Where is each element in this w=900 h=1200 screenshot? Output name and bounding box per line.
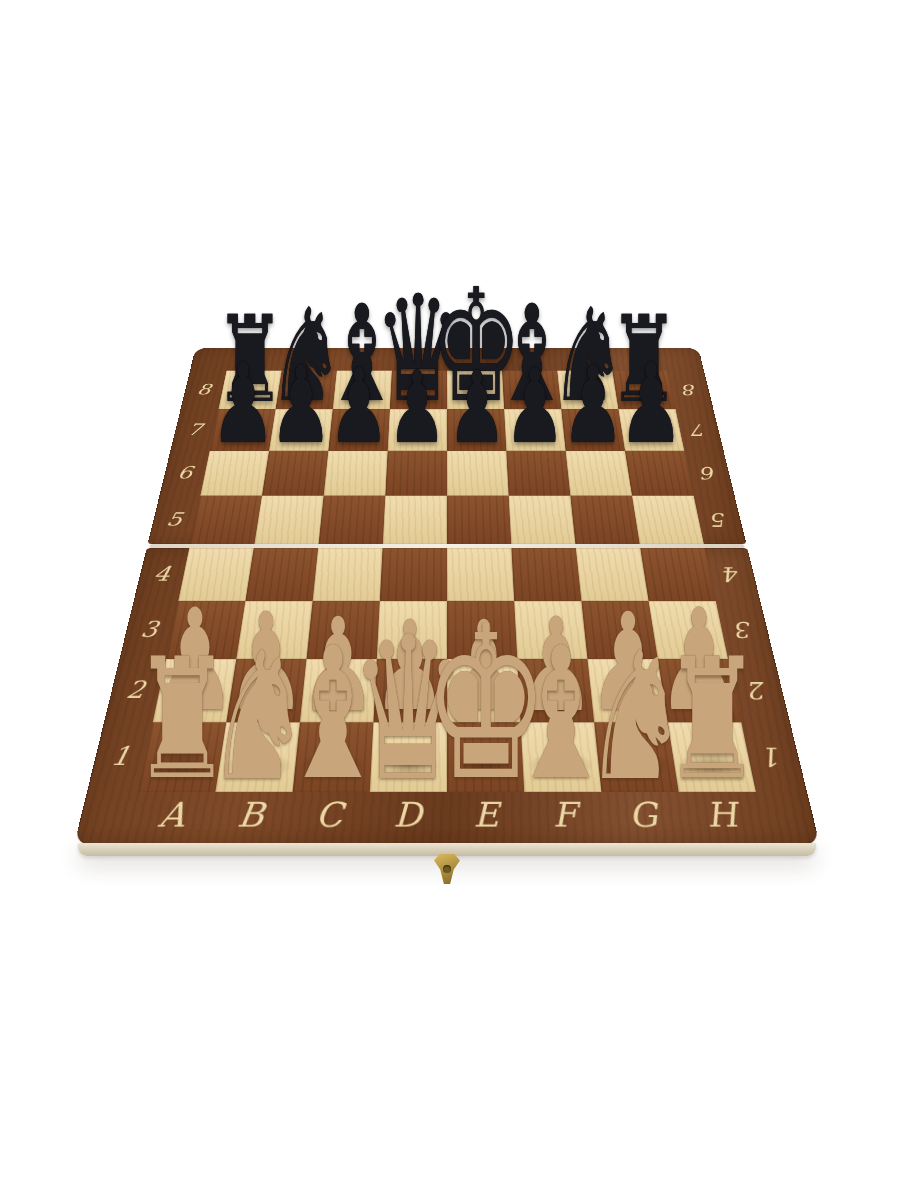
- square-c2: [300, 659, 377, 722]
- square-h7: [618, 409, 684, 451]
- square-d3: [377, 601, 447, 659]
- file-label-B: B: [207, 790, 292, 843]
- file-label-D: D: [367, 790, 447, 843]
- square-g1: [594, 722, 679, 792]
- file-label-H: H: [678, 790, 766, 843]
- square-a4: [178, 548, 254, 601]
- square-d8: [390, 371, 447, 410]
- square-c1: [293, 722, 374, 792]
- square-a8: [218, 371, 281, 410]
- square-c6: [324, 451, 388, 496]
- square-g2: [587, 659, 667, 722]
- square-c3: [307, 601, 380, 659]
- square-b1: [215, 722, 300, 792]
- square-a6: [200, 451, 269, 496]
- square-b5: [254, 496, 323, 545]
- square-b3: [236, 601, 312, 659]
- rank-label-right-5: 5: [694, 496, 747, 545]
- clasp-hole: [443, 865, 451, 873]
- square-e7: [447, 409, 506, 451]
- square-h3: [649, 601, 728, 659]
- square-a2: [153, 659, 237, 722]
- rank-label-right-7: 7: [676, 409, 724, 451]
- square-f6: [506, 451, 570, 496]
- square-b2: [226, 659, 306, 722]
- board-scene: 88776655 44332211ABCDEFGH: [0, 0, 900, 1200]
- square-h6: [625, 451, 694, 496]
- square-c5: [319, 496, 386, 545]
- squares-ranks-4-1: [138, 548, 756, 792]
- square-h4: [640, 548, 716, 601]
- board-half-far: 88776655: [148, 348, 747, 544]
- square-c7: [328, 409, 390, 451]
- square-d5: [383, 496, 447, 545]
- square-h5: [632, 496, 704, 545]
- squares-ranks-8-5: [190, 371, 704, 545]
- square-a3: [166, 601, 245, 659]
- square-c8: [333, 371, 392, 410]
- square-h2: [658, 659, 742, 722]
- rank-label-left-8: 8: [181, 371, 227, 410]
- square-e5: [447, 496, 511, 545]
- square-b7: [269, 409, 333, 451]
- square-c4: [313, 548, 383, 601]
- square-e3: [447, 601, 517, 659]
- square-f5: [509, 496, 576, 545]
- square-f3: [514, 601, 587, 659]
- square-g5: [570, 496, 639, 545]
- square-h8: [612, 371, 675, 410]
- square-d6: [385, 451, 447, 496]
- square-d4: [380, 548, 447, 601]
- square-a7: [210, 409, 276, 451]
- square-d1: [370, 722, 447, 792]
- board-half-near: 44332211ABCDEFGH: [74, 548, 820, 845]
- square-b6: [262, 451, 328, 496]
- square-e8: [447, 371, 504, 410]
- chess-board: 88776655 44332211ABCDEFGH: [74, 348, 820, 845]
- square-d7: [388, 409, 447, 451]
- square-g6: [566, 451, 632, 496]
- file-label-E: E: [447, 790, 527, 843]
- square-e4: [447, 548, 514, 601]
- rank-label-right-8: 8: [667, 371, 713, 410]
- square-g3: [581, 601, 657, 659]
- rank-label-right-6: 6: [684, 451, 734, 496]
- square-g4: [576, 548, 649, 601]
- square-a5: [190, 496, 262, 545]
- square-e2: [447, 659, 521, 722]
- file-label-G: G: [601, 790, 686, 843]
- square-f4: [511, 548, 581, 601]
- square-a1: [138, 722, 226, 792]
- square-d2: [373, 659, 447, 722]
- product-photo-canvas: 88776655 44332211ABCDEFGH ♜♞♝♛♚♝♞♜♟♟♟♟♟♟…: [0, 0, 900, 1200]
- file-label-C: C: [287, 790, 370, 843]
- square-g7: [561, 409, 625, 451]
- square-f8: [502, 371, 561, 410]
- square-b8: [276, 371, 337, 410]
- square-b4: [245, 548, 318, 601]
- square-e1: [447, 722, 524, 792]
- square-g8: [557, 371, 618, 410]
- square-e6: [447, 451, 509, 496]
- square-f1: [521, 722, 602, 792]
- file-label-F: F: [524, 790, 607, 843]
- file-label-A: A: [127, 790, 215, 843]
- square-f2: [517, 659, 594, 722]
- square-f7: [504, 409, 566, 451]
